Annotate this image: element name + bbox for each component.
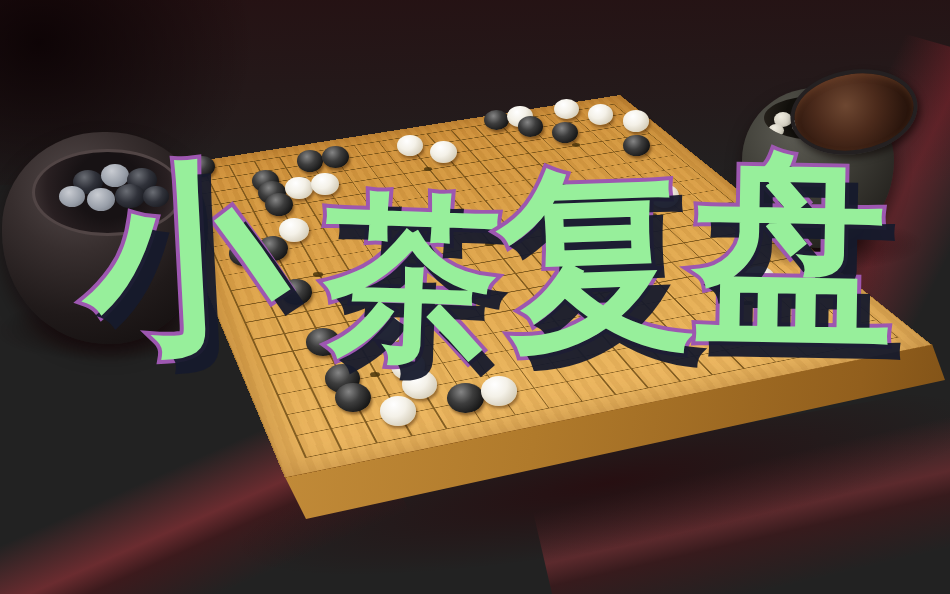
black-stone-bowl <box>0 130 215 365</box>
bowl-stone-white <box>87 188 115 211</box>
bowl-stone-black <box>143 186 169 207</box>
bowl-stone-white <box>59 186 85 207</box>
bowl-opening <box>32 149 183 236</box>
go-board-photo-scene: 小 茶 复 盘 <box>0 0 950 594</box>
white-stone-bowl <box>738 70 923 270</box>
bowl-stone-white <box>101 164 129 187</box>
bowl-stone-black <box>115 184 145 209</box>
